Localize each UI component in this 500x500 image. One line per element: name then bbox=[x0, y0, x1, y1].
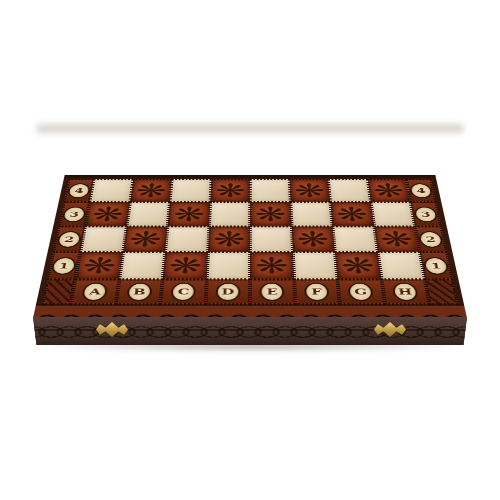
rank-label-2-right: 2 bbox=[418, 231, 444, 247]
rank-label-3-left: 3 bbox=[61, 206, 86, 222]
square-c4 bbox=[170, 179, 211, 202]
square-f3 bbox=[290, 202, 332, 226]
square-h4: ❋ bbox=[367, 179, 410, 202]
rank-border-right: 1 bbox=[420, 252, 453, 279]
carved-flower-icon: ❋ bbox=[215, 181, 246, 199]
rank-border-right: 3 bbox=[410, 202, 441, 226]
rank-label-1-right: 1 bbox=[423, 257, 450, 274]
carved-flower-icon: ❋ bbox=[340, 255, 376, 277]
rank-label-1-left: 1 bbox=[50, 257, 77, 274]
square-a3: ❋ bbox=[85, 202, 130, 226]
file-border-f: F bbox=[294, 279, 340, 304]
brass-clasp-right-icon bbox=[374, 322, 406, 337]
square-g4 bbox=[328, 179, 370, 202]
chessboard-lid: 4❋❋❋❋43❋❋❋❋32❋❋❋❋21❋❋❋❋1ABCDEFGH bbox=[33, 175, 467, 318]
file-label-a: A bbox=[81, 283, 108, 301]
carved-flower-icon: ❋ bbox=[335, 205, 369, 224]
rank-border-left: 3 bbox=[59, 202, 90, 226]
square-b2: ❋ bbox=[123, 226, 168, 252]
carved-flower-icon: ❋ bbox=[172, 205, 205, 224]
square-b1 bbox=[119, 252, 165, 279]
product-photo-chess-box: 4❋❋❋❋43❋❋❋❋32❋❋❋❋21❋❋❋❋1ABCDEFGH bbox=[0, 0, 500, 500]
square-h2: ❋ bbox=[374, 226, 420, 252]
rank-label-3-right: 3 bbox=[413, 206, 438, 222]
square-c2 bbox=[165, 226, 209, 252]
carved-flower-icon: ❋ bbox=[168, 255, 203, 277]
square-e2 bbox=[250, 226, 292, 252]
square-b4: ❋ bbox=[130, 179, 172, 202]
square-g2 bbox=[333, 226, 378, 252]
square-d3 bbox=[209, 202, 250, 226]
file-border-h: H bbox=[381, 279, 429, 304]
carved-flower-icon: ❋ bbox=[212, 229, 245, 249]
file-label-g: G bbox=[348, 283, 374, 301]
square-e4 bbox=[250, 179, 290, 202]
background-blur-strip bbox=[36, 124, 464, 133]
file-border-g: G bbox=[337, 279, 384, 304]
square-h3 bbox=[370, 202, 415, 226]
drop-shadow bbox=[26, 341, 474, 352]
square-e3: ❋ bbox=[250, 202, 291, 226]
carved-flower-icon: ❋ bbox=[128, 229, 163, 249]
carved-flower-icon: ❋ bbox=[294, 181, 326, 199]
rank-border-left: 4 bbox=[64, 179, 94, 202]
file-label-d: D bbox=[215, 283, 240, 301]
square-c3: ❋ bbox=[167, 202, 209, 226]
rank-border-right: 2 bbox=[415, 226, 447, 252]
square-g1: ❋ bbox=[335, 252, 381, 279]
square-d1 bbox=[206, 252, 250, 279]
rank-label-4-left: 4 bbox=[67, 183, 92, 198]
square-a1: ❋ bbox=[75, 252, 123, 279]
file-border-e: E bbox=[250, 279, 295, 304]
brass-clasp-left-icon bbox=[96, 322, 128, 337]
square-f1 bbox=[292, 252, 337, 279]
carved-flower-icon: ❋ bbox=[379, 229, 415, 249]
file-border-b: B bbox=[115, 279, 162, 304]
rank-label-2-left: 2 bbox=[56, 231, 82, 247]
carved-flower-icon: ❋ bbox=[134, 181, 167, 199]
carved-flower-icon: ❋ bbox=[296, 229, 330, 249]
file-label-f: F bbox=[304, 283, 330, 301]
square-d2: ❋ bbox=[208, 226, 250, 252]
file-border-d: D bbox=[205, 279, 250, 304]
square-d4: ❋ bbox=[210, 179, 250, 202]
square-a2 bbox=[80, 226, 126, 252]
carved-flower-icon: ❋ bbox=[255, 205, 287, 224]
square-g3: ❋ bbox=[330, 202, 374, 226]
rank-border-right: 4 bbox=[406, 179, 436, 202]
file-border-c: C bbox=[160, 279, 206, 304]
square-e1: ❋ bbox=[250, 252, 294, 279]
carved-flower-icon: ❋ bbox=[372, 181, 406, 199]
square-b3 bbox=[126, 202, 170, 226]
file-label-e: E bbox=[260, 283, 285, 301]
carved-flower-icon: ❋ bbox=[90, 205, 125, 224]
file-label-c: C bbox=[171, 283, 197, 301]
file-label-b: B bbox=[126, 283, 152, 301]
file-border-a: A bbox=[71, 279, 119, 304]
square-c1: ❋ bbox=[163, 252, 208, 279]
rank-border-left: 1 bbox=[47, 252, 80, 279]
square-a4 bbox=[90, 179, 133, 202]
file-label-h: H bbox=[391, 283, 418, 301]
rank-label-4-right: 4 bbox=[409, 183, 434, 198]
rank-border-left: 2 bbox=[53, 226, 85, 252]
carved-scallop-strip bbox=[33, 304, 467, 318]
carved-flower-icon: ❋ bbox=[255, 255, 289, 277]
square-f2: ❋ bbox=[291, 226, 335, 252]
square-f4: ❋ bbox=[289, 179, 330, 202]
square-h1 bbox=[377, 252, 425, 279]
carved-flower-icon: ❋ bbox=[81, 255, 118, 277]
